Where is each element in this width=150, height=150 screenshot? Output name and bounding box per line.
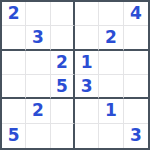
cell-r2c3[interactable] (51, 26, 75, 50)
cell-r4c4[interactable]: 3 (75, 75, 99, 99)
cell-r3c3[interactable]: 2 (51, 51, 75, 75)
cell-r1c3[interactable] (51, 2, 75, 26)
cell-r6c1[interactable]: 5 (2, 124, 26, 148)
cell-r1c2[interactable] (26, 2, 50, 26)
cell-r6c2[interactable] (26, 124, 50, 148)
cell-r5c4[interactable] (75, 99, 99, 123)
cell-r5c5[interactable]: 1 (99, 99, 123, 123)
cell-r4c5[interactable] (99, 75, 123, 99)
cell-r3c4[interactable]: 1 (75, 51, 99, 75)
cell-r2c4[interactable] (75, 26, 99, 50)
cell-r3c2[interactable] (26, 51, 50, 75)
sudoku-board: 243221532153 (0, 0, 150, 150)
cell-r1c6[interactable]: 4 (124, 2, 148, 26)
cell-r5c1[interactable] (2, 99, 26, 123)
cell-r6c4[interactable] (75, 124, 99, 148)
cell-r4c1[interactable] (2, 75, 26, 99)
cell-r3c5[interactable] (99, 51, 123, 75)
cell-r4c2[interactable] (26, 75, 50, 99)
cell-r1c1[interactable]: 2 (2, 2, 26, 26)
cell-r1c4[interactable] (75, 2, 99, 26)
cell-r4c6[interactable] (124, 75, 148, 99)
cell-r3c6[interactable] (124, 51, 148, 75)
cell-r2c1[interactable] (2, 26, 26, 50)
cell-r2c2[interactable]: 3 (26, 26, 50, 50)
cell-r5c3[interactable] (51, 99, 75, 123)
cell-r5c6[interactable] (124, 99, 148, 123)
cell-r5c2[interactable]: 2 (26, 99, 50, 123)
cell-r2c6[interactable] (124, 26, 148, 50)
cell-r6c5[interactable] (99, 124, 123, 148)
cell-r6c3[interactable] (51, 124, 75, 148)
cell-r4c3[interactable]: 5 (51, 75, 75, 99)
cell-r2c5[interactable]: 2 (99, 26, 123, 50)
cell-r1c5[interactable] (99, 2, 123, 26)
cell-r3c1[interactable] (2, 51, 26, 75)
cell-r6c6[interactable]: 3 (124, 124, 148, 148)
